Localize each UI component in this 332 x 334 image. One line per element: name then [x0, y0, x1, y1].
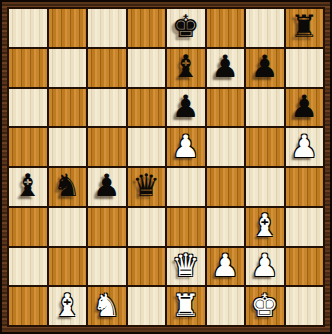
square-g5[interactable] — [246, 128, 284, 166]
square-g6[interactable] — [246, 89, 284, 127]
square-b6[interactable] — [49, 89, 87, 127]
piece-white-bishop[interactable]: ♝ — [251, 210, 279, 241]
square-g3[interactable]: ♝ — [246, 208, 284, 246]
square-e2[interactable]: ♛ — [167, 248, 205, 286]
piece-white-pawn[interactable]: ♟ — [172, 131, 200, 162]
square-f2[interactable]: ♟ — [207, 248, 245, 286]
square-d5[interactable] — [128, 128, 166, 166]
piece-black-pawn[interactable]: ♟ — [93, 170, 121, 201]
square-h3[interactable] — [286, 208, 324, 246]
square-c4[interactable]: ♟ — [88, 168, 126, 206]
square-c5[interactable] — [88, 128, 126, 166]
square-f7[interactable]: ♟ — [207, 49, 245, 87]
square-f4[interactable] — [207, 168, 245, 206]
square-c6[interactable] — [88, 89, 126, 127]
square-f3[interactable] — [207, 208, 245, 246]
square-a8[interactable] — [9, 9, 47, 47]
square-e8[interactable]: ♚ — [167, 9, 205, 47]
square-h7[interactable] — [286, 49, 324, 87]
square-b2[interactable] — [49, 248, 87, 286]
square-c2[interactable] — [88, 248, 126, 286]
square-e3[interactable] — [167, 208, 205, 246]
piece-black-king[interactable]: ♚ — [172, 11, 200, 42]
square-f5[interactable] — [207, 128, 245, 166]
chess-board: ♚♜♝♟♟♟♟♟♟♝♞♟♛♝♛♟♟♝♞♜♚ — [7, 7, 325, 327]
square-c3[interactable] — [88, 208, 126, 246]
square-e5[interactable]: ♟ — [167, 128, 205, 166]
piece-black-bishop[interactable]: ♝ — [172, 51, 200, 82]
piece-white-queen[interactable]: ♛ — [172, 250, 200, 281]
square-d2[interactable] — [128, 248, 166, 286]
square-h1[interactable] — [286, 287, 324, 325]
square-e4[interactable] — [167, 168, 205, 206]
square-b1[interactable]: ♝ — [49, 287, 87, 325]
board-frame: ♚♜♝♟♟♟♟♟♟♝♞♟♛♝♛♟♟♝♞♜♚ — [0, 0, 332, 334]
square-c8[interactable] — [88, 9, 126, 47]
square-b8[interactable] — [49, 9, 87, 47]
piece-black-knight[interactable]: ♞ — [53, 170, 81, 201]
piece-black-bishop[interactable]: ♝ — [14, 170, 42, 201]
square-e7[interactable]: ♝ — [167, 49, 205, 87]
square-b3[interactable] — [49, 208, 87, 246]
piece-white-pawn[interactable]: ♟ — [290, 131, 318, 162]
square-a4[interactable]: ♝ — [9, 168, 47, 206]
piece-white-rook[interactable]: ♜ — [172, 290, 200, 321]
square-a6[interactable] — [9, 89, 47, 127]
square-h2[interactable] — [286, 248, 324, 286]
square-h5[interactable]: ♟ — [286, 128, 324, 166]
square-d4[interactable]: ♛ — [128, 168, 166, 206]
square-c1[interactable]: ♞ — [88, 287, 126, 325]
square-a1[interactable] — [9, 287, 47, 325]
square-b5[interactable] — [49, 128, 87, 166]
piece-white-pawn[interactable]: ♟ — [251, 250, 279, 281]
square-f6[interactable] — [207, 89, 245, 127]
square-d3[interactable] — [128, 208, 166, 246]
piece-white-knight[interactable]: ♞ — [93, 290, 121, 321]
square-g1[interactable]: ♚ — [246, 287, 284, 325]
square-b4[interactable]: ♞ — [49, 168, 87, 206]
piece-white-bishop[interactable]: ♝ — [53, 290, 81, 321]
piece-black-pawn[interactable]: ♟ — [290, 91, 318, 122]
piece-white-pawn[interactable]: ♟ — [211, 250, 239, 281]
square-h4[interactable] — [286, 168, 324, 206]
square-e1[interactable]: ♜ — [167, 287, 205, 325]
piece-black-pawn[interactable]: ♟ — [211, 51, 239, 82]
square-d6[interactable] — [128, 89, 166, 127]
piece-black-pawn[interactable]: ♟ — [251, 51, 279, 82]
square-g4[interactable] — [246, 168, 284, 206]
square-f8[interactable] — [207, 9, 245, 47]
piece-black-rook[interactable]: ♜ — [290, 11, 318, 42]
square-g7[interactable]: ♟ — [246, 49, 284, 87]
square-h6[interactable]: ♟ — [286, 89, 324, 127]
square-e6[interactable]: ♟ — [167, 89, 205, 127]
square-a5[interactable] — [9, 128, 47, 166]
piece-black-queen[interactable]: ♛ — [132, 170, 160, 201]
square-d8[interactable] — [128, 9, 166, 47]
square-b7[interactable] — [49, 49, 87, 87]
square-g8[interactable] — [246, 9, 284, 47]
square-c7[interactable] — [88, 49, 126, 87]
square-d1[interactable] — [128, 287, 166, 325]
square-a2[interactable] — [9, 248, 47, 286]
square-h8[interactable]: ♜ — [286, 9, 324, 47]
square-g2[interactable]: ♟ — [246, 248, 284, 286]
piece-white-king[interactable]: ♚ — [251, 290, 279, 321]
square-a7[interactable] — [9, 49, 47, 87]
square-a3[interactable] — [9, 208, 47, 246]
square-f1[interactable] — [207, 287, 245, 325]
square-d7[interactable] — [128, 49, 166, 87]
piece-black-pawn[interactable]: ♟ — [172, 91, 200, 122]
